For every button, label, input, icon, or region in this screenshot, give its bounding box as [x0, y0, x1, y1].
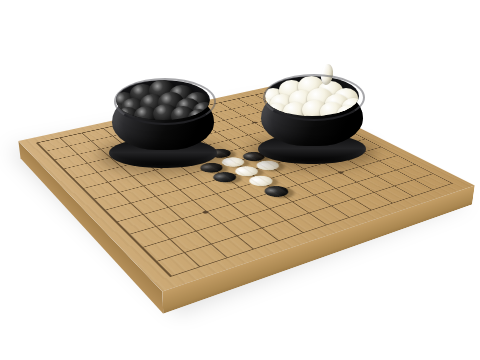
go-stone-white	[245, 174, 277, 188]
go-stone-black	[260, 184, 293, 199]
bowl-opening-white-stones	[265, 76, 359, 116]
board-grid-area	[35, 91, 453, 277]
go-set-product-photo	[0, 0, 480, 360]
black-stone-bowl	[112, 82, 214, 174]
bowl-opening-black-stones	[116, 80, 210, 120]
go-stone-white	[231, 165, 262, 178]
white-stone-bowl	[261, 78, 363, 170]
hoshi-star-point	[336, 171, 343, 174]
hoshi-star-point	[202, 210, 210, 214]
stones-layer	[35, 91, 453, 277]
